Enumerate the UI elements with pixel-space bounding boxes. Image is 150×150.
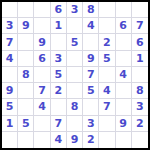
cell-r1c1[interactable] [2,2,18,18]
cell-r1c3[interactable] [34,2,50,18]
cell-r1c8[interactable] [116,2,132,18]
cell-r8c1[interactable]: 1 [2,116,18,132]
cell-r2c1[interactable]: 3 [2,18,18,34]
cell-r8c5[interactable] [67,116,83,132]
cell-r2c6[interactable]: 4 [83,18,99,34]
cell-r3c9[interactable]: 6 [132,34,148,50]
cell-r6c5[interactable] [67,83,83,99]
cell-r6c1[interactable]: 9 [2,83,18,99]
cell-r9c6[interactable]: 2 [83,132,99,148]
cell-r4c1[interactable]: 4 [2,51,18,67]
cell-r3c2[interactable] [18,34,34,50]
cell-r2c9[interactable]: 7 [132,18,148,34]
cell-r3c1[interactable]: 7 [2,34,18,50]
sudoku-board: 6383914677952646395185749725485487315739… [0,0,150,150]
cell-r8c8[interactable]: 9 [116,116,132,132]
cell-r8c9[interactable]: 2 [132,116,148,132]
cell-r1c9[interactable] [132,2,148,18]
cell-r3c5[interactable]: 5 [67,34,83,50]
cell-r2c3[interactable] [34,18,50,34]
cell-r1c4[interactable]: 6 [51,2,67,18]
cell-r4c9[interactable]: 1 [132,51,148,67]
cell-r1c6[interactable]: 8 [83,2,99,18]
cell-r8c7[interactable] [99,116,115,132]
cell-r3c3[interactable]: 9 [34,34,50,50]
cell-r5c5[interactable] [67,67,83,83]
cell-r4c4[interactable]: 3 [51,51,67,67]
cell-r2c8[interactable]: 6 [116,18,132,34]
cell-r7c1[interactable]: 5 [2,99,18,115]
cell-r8c4[interactable]: 7 [51,116,67,132]
cell-r4c7[interactable]: 5 [99,51,115,67]
cell-r4c3[interactable]: 6 [34,51,50,67]
cell-r9c2[interactable] [18,132,34,148]
cell-r8c3[interactable] [34,116,50,132]
cell-r2c5[interactable] [67,18,83,34]
cell-r1c7[interactable] [99,2,115,18]
cell-r5c1[interactable] [2,67,18,83]
cell-r7c9[interactable]: 3 [132,99,148,115]
cell-r9c3[interactable] [34,132,50,148]
cell-r7c2[interactable] [18,99,34,115]
cell-r5c7[interactable] [99,67,115,83]
cell-r5c4[interactable]: 5 [51,67,67,83]
cell-r9c5[interactable]: 9 [67,132,83,148]
cell-r9c4[interactable]: 4 [51,132,67,148]
cell-r7c5[interactable]: 8 [67,99,83,115]
cell-r6c2[interactable] [18,83,34,99]
cell-r9c7[interactable] [99,132,115,148]
cell-r4c2[interactable] [18,51,34,67]
cell-r1c2[interactable] [18,2,34,18]
cell-r9c1[interactable] [2,132,18,148]
cell-r7c3[interactable]: 4 [34,99,50,115]
cell-r5c8[interactable]: 4 [116,67,132,83]
cell-r6c8[interactable] [116,83,132,99]
cell-r6c7[interactable]: 4 [99,83,115,99]
cell-r1c5[interactable]: 3 [67,2,83,18]
cell-r5c3[interactable] [34,67,50,83]
cell-r8c6[interactable]: 3 [83,116,99,132]
cell-r9c9[interactable] [132,132,148,148]
cell-r6c6[interactable]: 5 [83,83,99,99]
cell-r8c2[interactable]: 5 [18,116,34,132]
cell-r7c7[interactable]: 7 [99,99,115,115]
cell-r3c8[interactable] [116,34,132,50]
cell-r6c9[interactable]: 8 [132,83,148,99]
cell-r4c5[interactable] [67,51,83,67]
cell-r5c2[interactable]: 8 [18,67,34,83]
cell-r7c6[interactable] [83,99,99,115]
cell-r2c7[interactable] [99,18,115,34]
cell-r2c4[interactable]: 1 [51,18,67,34]
cell-r6c4[interactable]: 2 [51,83,67,99]
cell-r5c9[interactable] [132,67,148,83]
cell-r4c8[interactable] [116,51,132,67]
cell-r2c2[interactable]: 9 [18,18,34,34]
cell-r3c7[interactable]: 2 [99,34,115,50]
cell-r9c8[interactable] [116,132,132,148]
cell-r4c6[interactable]: 9 [83,51,99,67]
cell-r7c4[interactable] [51,99,67,115]
cell-r5c6[interactable]: 7 [83,67,99,83]
cell-r7c8[interactable] [116,99,132,115]
cell-r6c3[interactable]: 7 [34,83,50,99]
cell-r3c6[interactable] [83,34,99,50]
cell-r3c4[interactable] [51,34,67,50]
